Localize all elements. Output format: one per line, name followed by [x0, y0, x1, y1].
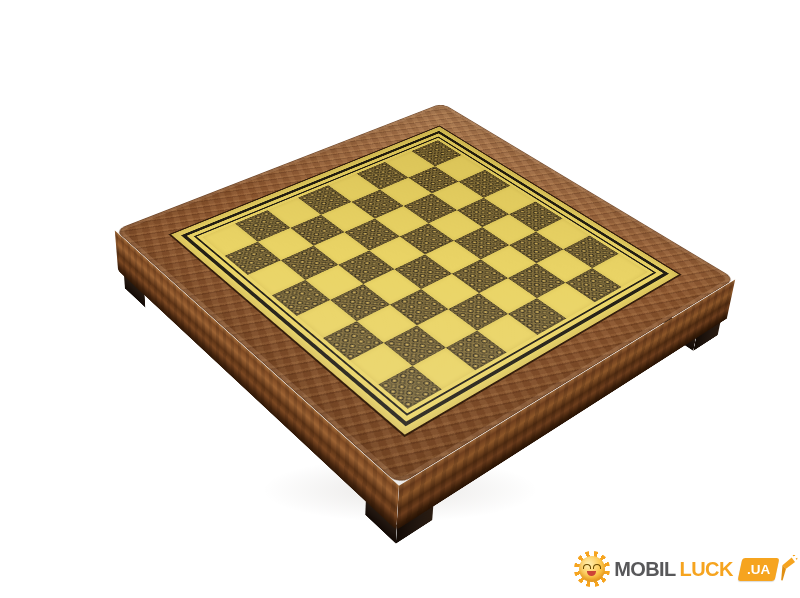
brush-icon [776, 553, 798, 585]
chess-board [115, 103, 735, 485]
perspective-stage [0, 0, 800, 598]
watermark-logo[interactable]: MOBILLUCK .UA [574, 549, 796, 589]
domain-badge: .UA [737, 558, 779, 581]
wordmark-mobil: MOBIL [614, 559, 675, 579]
wordmark-luck: LUCK [680, 559, 733, 579]
product-photo: MOBILLUCK .UA [0, 0, 800, 598]
board-top-face [115, 103, 735, 485]
sun-icon [574, 551, 610, 587]
